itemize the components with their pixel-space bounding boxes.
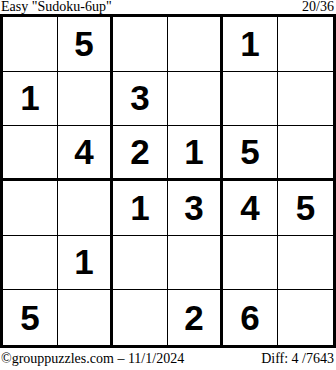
cell-r6c6[interactable] <box>278 290 333 345</box>
cell-r2c4[interactable] <box>168 72 223 127</box>
cell-r6c2[interactable] <box>58 290 113 345</box>
cell-r1c5[interactable]: 1 <box>223 17 278 72</box>
cell-r2c2[interactable] <box>58 72 113 127</box>
cell-r2c5[interactable] <box>223 72 278 127</box>
page-header: Easy "Sudoku-6up" 20/36 <box>1 0 334 14</box>
cell-r5c1[interactable] <box>3 236 58 291</box>
cell-r5c2[interactable]: 1 <box>58 236 113 291</box>
cell-r3c1[interactable] <box>3 126 58 181</box>
cell-r6c3[interactable] <box>113 290 168 345</box>
cell-r1c1[interactable] <box>3 17 58 72</box>
cell-r1c2[interactable]: 5 <box>58 17 113 72</box>
cell-r2c3[interactable]: 3 <box>113 72 168 127</box>
cell-r6c4[interactable]: 2 <box>168 290 223 345</box>
puzzle-counter: 20/36 <box>302 0 334 14</box>
cell-r5c3[interactable] <box>113 236 168 291</box>
cell-r5c4[interactable] <box>168 236 223 291</box>
cell-r4c1[interactable] <box>3 181 58 236</box>
copyright-text: ©grouppuzzles.com – 11/1/2024 <box>1 351 184 367</box>
cell-r1c6[interactable] <box>278 17 333 72</box>
cell-r3c2[interactable]: 4 <box>58 126 113 181</box>
puzzle-title: Easy "Sudoku-6up" <box>1 0 112 14</box>
cell-r4c6[interactable]: 5 <box>278 181 333 236</box>
cell-r6c1[interactable]: 5 <box>3 290 58 345</box>
cell-r1c4[interactable] <box>168 17 223 72</box>
cell-r4c4[interactable]: 3 <box>168 181 223 236</box>
cell-r2c6[interactable] <box>278 72 333 127</box>
cell-r3c6[interactable] <box>278 126 333 181</box>
cell-r3c4[interactable]: 1 <box>168 126 223 181</box>
cell-r3c3[interactable]: 2 <box>113 126 168 181</box>
cell-r4c2[interactable] <box>58 181 113 236</box>
difficulty-text: Diff: 4 /7643 <box>261 351 334 367</box>
cell-r4c3[interactable]: 1 <box>113 181 168 236</box>
sudoku-grid: 5113421513451526 <box>0 14 336 348</box>
cell-r3c5[interactable]: 5 <box>223 126 278 181</box>
cell-r5c6[interactable] <box>278 236 333 291</box>
cell-r5c5[interactable] <box>223 236 278 291</box>
cell-r4c5[interactable]: 4 <box>223 181 278 236</box>
page-footer: ©grouppuzzles.com – 11/1/2024 Diff: 4 /7… <box>1 351 334 367</box>
cell-r2c1[interactable]: 1 <box>3 72 58 127</box>
cell-r6c5[interactable]: 6 <box>223 290 278 345</box>
cell-r1c3[interactable] <box>113 17 168 72</box>
